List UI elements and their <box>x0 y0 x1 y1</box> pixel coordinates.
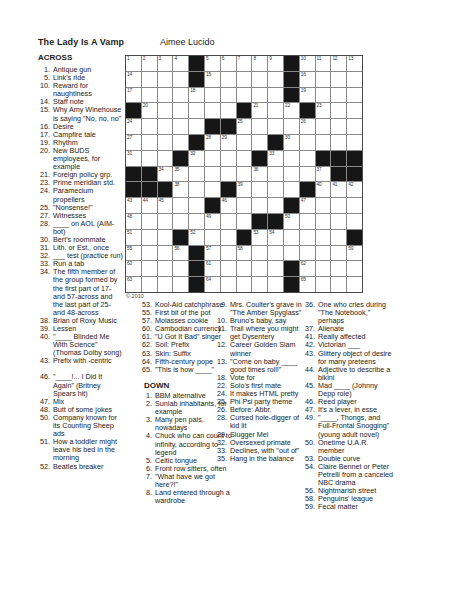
clue-number: 44 <box>302 366 315 382</box>
grid-cell[interactable]: 9 <box>268 56 283 71</box>
grid-cell[interactable] <box>158 277 173 292</box>
cell-number: 50 <box>285 214 290 219</box>
clue-number: 13 <box>214 358 227 374</box>
grid-cell[interactable]: 5 <box>205 56 220 71</box>
grid-cell-black <box>284 56 299 71</box>
cell-number: 10 <box>301 56 306 61</box>
cell-number: 19 <box>301 88 306 93</box>
grid-cell[interactable]: 30 <box>284 135 299 150</box>
grid-cell[interactable]: 38 <box>173 182 188 197</box>
grid-cell[interactable]: 22 <box>284 103 299 118</box>
grid-cell[interactable]: 32 <box>189 151 204 166</box>
cell-number: 55 <box>127 246 132 251</box>
grid-cell-black <box>252 214 267 229</box>
grid-cell[interactable] <box>173 88 188 103</box>
grid-cell[interactable] <box>173 135 188 150</box>
grid-cell[interactable] <box>237 72 252 87</box>
grid-cell[interactable] <box>331 198 346 213</box>
grid-cell[interactable] <box>237 135 252 150</box>
across-clue-15: 15Why Amy Winehouse is saying "No, no, n… <box>37 106 124 122</box>
cell-number: 8 <box>253 56 255 61</box>
cell-number: 39 <box>238 182 243 187</box>
grid-cell[interactable] <box>189 198 204 213</box>
across-clue-34: 34The fifth member of the group formed b… <box>37 268 124 317</box>
cell-number: 5 <box>206 56 208 61</box>
grid-cell[interactable] <box>300 214 315 229</box>
cell-number: 27 <box>127 135 132 140</box>
grid-cell[interactable] <box>252 182 267 197</box>
grid-cell[interactable] <box>252 135 267 150</box>
grid-cell[interactable] <box>331 88 346 103</box>
cell-number: 61 <box>206 261 211 266</box>
grid-cell[interactable] <box>268 198 283 213</box>
grid-cell[interactable]: 25 <box>237 119 252 134</box>
clue-number: 35 <box>214 455 227 463</box>
grid-cell[interactable] <box>284 182 299 197</box>
grid-cell[interactable] <box>331 261 346 276</box>
cell-number: 58 <box>238 246 243 251</box>
down-clue-44: 44Adjective to describe a bikini <box>302 366 394 382</box>
cell-number: 12 <box>332 56 337 61</box>
clue-number: 49 <box>302 414 315 438</box>
grid-cell[interactable] <box>221 151 236 166</box>
grid-cell[interactable] <box>173 72 188 87</box>
clue-number: 50 <box>37 414 50 438</box>
grid-cell[interactable] <box>347 261 362 276</box>
down-clue-28: 28Cursed hole-digger of kid lit <box>214 414 303 430</box>
grid-cell-black <box>347 151 362 166</box>
clue-number: 54 <box>302 463 315 487</box>
down-clues-column-3: 9Mrs. Coulter's grave in "The Amber Spyg… <box>214 301 303 463</box>
grid-cell-black <box>331 167 346 182</box>
grid-cell[interactable] <box>347 214 362 229</box>
grid-cell[interactable] <box>252 246 267 261</box>
grid-cell[interactable] <box>221 103 236 118</box>
grid-cell[interactable] <box>237 198 252 213</box>
grid-cell[interactable]: 39 <box>237 182 252 197</box>
clue-text: "Come on baby ____ good times roll!" <box>230 358 303 374</box>
grid-cell-black <box>126 103 141 118</box>
grid-cell[interactable]: 46 <box>221 198 236 213</box>
grid-cell[interactable] <box>158 103 173 118</box>
grid-cell[interactable] <box>268 103 283 118</box>
grid-cell[interactable]: 40 <box>316 182 331 197</box>
grid-cell[interactable] <box>252 198 267 213</box>
grid-cell[interactable]: 23 <box>316 103 331 118</box>
clue-text: "____ Blinded Me With Science" (Thomas D… <box>53 333 124 357</box>
grid-cell[interactable] <box>252 261 267 276</box>
grid-cell[interactable]: 20 <box>142 103 157 118</box>
grid-cell[interactable]: 53 <box>252 230 267 245</box>
grid-cell-black <box>126 182 141 197</box>
cell-number: 41 <box>332 182 337 187</box>
grid-cell-black <box>284 198 299 213</box>
down-clue-49: 49"____, Thongs, and Full-Frontal Snoggi… <box>302 414 394 438</box>
grid-cell[interactable]: 49 <box>205 214 220 229</box>
grid-cell[interactable] <box>173 198 188 213</box>
cell-number: 32 <box>190 151 195 156</box>
grid-cell[interactable] <box>158 135 173 150</box>
grid-cell-black <box>284 88 299 103</box>
grid-cell[interactable] <box>173 119 188 134</box>
clue-text: Trail where you might get Dysentery <box>230 325 303 341</box>
grid-cell[interactable] <box>347 277 362 292</box>
clue-text: How a toddler might leave his bed in the… <box>53 438 124 462</box>
grid-cell[interactable]: 60 <box>126 261 141 276</box>
grid-cell[interactable] <box>300 135 315 150</box>
grid-cell[interactable] <box>316 135 331 150</box>
grid-cell[interactable]: 10 <box>300 56 315 71</box>
grid-cell[interactable]: 8 <box>252 56 267 71</box>
grid-cell[interactable] <box>189 214 204 229</box>
cell-number: 3 <box>159 56 161 61</box>
grid-cell[interactable]: 6 <box>221 56 236 71</box>
grid-cell[interactable] <box>205 88 220 103</box>
cell-number: 16 <box>301 72 306 77</box>
grid-cell[interactable] <box>142 72 157 87</box>
grid-cell[interactable] <box>331 103 346 118</box>
clue-number: 59 <box>302 503 315 511</box>
grid-cell[interactable] <box>237 261 252 276</box>
grid-cell-black <box>189 56 204 71</box>
grid-cell[interactable] <box>316 214 331 229</box>
grid-cell[interactable] <box>268 246 283 261</box>
grid-cell[interactable] <box>331 119 346 134</box>
cell-number: 35 <box>174 167 179 172</box>
grid-cell[interactable] <box>221 246 236 261</box>
grid-cell[interactable] <box>316 72 331 87</box>
grid-cell[interactable]: 42 <box>347 182 362 197</box>
cell-number: 54 <box>269 230 274 235</box>
grid-cell[interactable] <box>221 167 236 182</box>
grid-cell[interactable]: 63 <box>126 277 141 292</box>
grid-cell[interactable] <box>316 88 331 103</box>
grid-cell[interactable]: 51 <box>126 230 141 245</box>
grid-cell[interactable] <box>189 119 204 134</box>
cell-number: 26 <box>301 119 306 124</box>
grid-cell[interactable] <box>158 214 173 229</box>
grid-cell[interactable] <box>189 103 204 118</box>
grid-cell-black <box>347 167 362 182</box>
clue-number: 43 <box>302 350 315 366</box>
grid-cell-black <box>205 119 220 134</box>
grid-cell[interactable] <box>252 277 267 292</box>
cell-number: 44 <box>143 198 148 203</box>
grid-cell[interactable]: 37 <box>316 167 331 182</box>
grid-cell[interactable] <box>142 277 157 292</box>
grid-cell-black <box>331 151 346 166</box>
grid-cell[interactable] <box>142 135 157 150</box>
grid-cell[interactable] <box>347 88 362 103</box>
grid-cell[interactable]: 24 <box>126 119 141 134</box>
grid-cell-black <box>284 277 299 292</box>
grid-cell[interactable]: 7 <box>237 56 252 71</box>
grid-cell[interactable] <box>142 230 157 245</box>
grid-cell[interactable]: 17 <box>126 88 141 103</box>
grid-cell[interactable] <box>205 230 220 245</box>
grid-cell[interactable] <box>189 182 204 197</box>
across-clue-28: 28____ on AOL (AIM-bot) <box>37 220 124 236</box>
grid-cell[interactable]: 12 <box>331 56 346 71</box>
grid-cell[interactable]: 33 <box>268 151 283 166</box>
grid-cell[interactable] <box>237 214 252 229</box>
grid-cell[interactable]: 1 <box>126 56 141 71</box>
grid-cell[interactable]: 43 <box>126 198 141 213</box>
grid-cell[interactable] <box>331 72 346 87</box>
cell-number: 52 <box>190 230 195 235</box>
grid-cell[interactable]: 15 <box>205 72 220 87</box>
grid-cell[interactable] <box>347 119 362 134</box>
grid-cell[interactable] <box>347 103 362 118</box>
clue-text: Why Amy Winehouse is saying "No, no, no" <box>53 106 124 122</box>
down-clue-12: 12Career Golden Slam winner <box>214 341 303 357</box>
grid-cell[interactable] <box>158 261 173 276</box>
down-clue-50: 50Onetime U.A.R. member <box>302 439 394 455</box>
grid-cell[interactable] <box>268 277 283 292</box>
grid-cell[interactable] <box>237 277 252 292</box>
grid-cell[interactable] <box>331 246 346 261</box>
clue-text: One who cries during "The Notebook," per… <box>318 301 394 325</box>
cell-number: 57 <box>206 246 211 251</box>
cell-number: 29 <box>222 135 227 140</box>
grid-cell[interactable] <box>158 88 173 103</box>
grid-cell[interactable] <box>252 72 267 87</box>
grid-cell-black <box>173 151 188 166</box>
grid-cell[interactable]: 18 <box>189 88 204 103</box>
cell-number: 45 <box>159 198 164 203</box>
grid-cell[interactable] <box>268 119 283 134</box>
clue-number: 20 <box>37 147 50 171</box>
cell-number: 24 <box>127 119 132 124</box>
grid-cell[interactable]: 52 <box>189 230 204 245</box>
grid-cell[interactable]: 64 <box>205 277 220 292</box>
clue-text: Land entered through a wardrobe <box>155 489 238 505</box>
grid-cell[interactable]: 14 <box>126 72 141 87</box>
cell-number: 28 <box>206 135 211 140</box>
cell-number: 56 <box>174 246 179 251</box>
grid-cell[interactable] <box>205 103 220 118</box>
cell-number: 64 <box>206 277 211 282</box>
grid-cell[interactable]: 19 <box>300 88 315 103</box>
grid-cell[interactable] <box>221 261 236 276</box>
grid-cell[interactable] <box>221 277 236 292</box>
grid-cell[interactable]: 45 <box>158 198 173 213</box>
grid-cell[interactable] <box>331 135 346 150</box>
grid-cell[interactable] <box>237 167 252 182</box>
across-clue-51: 51How a toddler might leave his bed in t… <box>37 438 124 462</box>
grid-cell[interactable] <box>268 72 283 87</box>
grid-cell[interactable] <box>316 119 331 134</box>
grid-cell[interactable] <box>142 261 157 276</box>
grid-cell[interactable]: 54 <box>268 230 283 245</box>
grid-cell[interactable]: 2 <box>142 56 157 71</box>
grid-cell[interactable]: 36 <box>252 167 267 182</box>
clue-text: Hang in the balance <box>230 455 303 463</box>
grid-cell[interactable]: 34 <box>158 167 173 182</box>
grid-cell[interactable] <box>221 230 236 245</box>
grid-cell[interactable] <box>284 230 299 245</box>
grid-cell[interactable] <box>158 119 173 134</box>
clue-number: 4 <box>139 432 152 456</box>
grid-cell[interactable] <box>347 198 362 213</box>
clue-number: 65 <box>139 366 152 374</box>
grid-cell[interactable] <box>221 214 236 229</box>
grid-cell[interactable] <box>300 246 315 261</box>
grid-cell[interactable]: 41 <box>331 182 346 197</box>
grid-cell[interactable]: 47 <box>300 198 315 213</box>
clue-number: 51 <box>37 438 50 462</box>
grid-cell[interactable]: 50 <box>284 214 299 229</box>
grid-cell[interactable]: 35 <box>173 167 188 182</box>
clue-number: 9 <box>214 301 227 317</box>
grid-cell[interactable] <box>221 72 236 87</box>
grid-cell[interactable] <box>237 151 252 166</box>
grid-cell[interactable] <box>316 198 331 213</box>
clue-text: "What have we got here?!" <box>155 473 238 489</box>
grid-cell[interactable] <box>142 151 157 166</box>
puzzle-title: The Lady Is A Vamp <box>38 37 124 47</box>
grid-cell[interactable] <box>173 103 188 118</box>
down-clue-59: 59Fecal matter <box>302 503 394 511</box>
grid-cell-black <box>189 135 204 150</box>
grid-cell[interactable] <box>158 246 173 261</box>
crossword-grid: 1234567891011121314151617181920212223242… <box>125 55 363 293</box>
grid-cell[interactable] <box>173 261 188 276</box>
cell-number: 36 <box>253 167 258 172</box>
grid-cell[interactable]: 27 <box>126 135 141 150</box>
cell-number: 9 <box>269 56 271 61</box>
clue-text: Prefix with -centric <box>53 357 124 365</box>
grid-cell[interactable] <box>268 261 283 276</box>
grid-cell[interactable]: 26 <box>300 119 315 134</box>
cell-number: 33 <box>269 151 274 156</box>
grid-cell-black <box>252 151 267 166</box>
grid-cell[interactable] <box>142 246 157 261</box>
clue-number: 34 <box>37 268 50 317</box>
cell-number: 37 <box>317 167 322 172</box>
grid-cell[interactable]: 44 <box>142 198 157 213</box>
grid-cell[interactable] <box>205 167 220 182</box>
grid-cell[interactable] <box>268 182 283 197</box>
grid-cell[interactable] <box>284 151 299 166</box>
grid-cell[interactable] <box>268 167 283 182</box>
grid-cell[interactable]: 29 <box>221 135 236 150</box>
grid-cell[interactable]: 55 <box>126 246 141 261</box>
crossword-grid-container: 1234567891011121314151617181920212223242… <box>125 55 363 293</box>
grid-cell[interactable] <box>142 119 157 134</box>
grid-cell[interactable] <box>158 230 173 245</box>
grid-cell[interactable] <box>316 246 331 261</box>
grid-cell-black <box>205 198 220 213</box>
grid-cell[interactable] <box>237 88 252 103</box>
grid-cell[interactable] <box>300 230 315 245</box>
clue-text: Beatles breaker <box>53 463 124 471</box>
grid-cell[interactable]: 28 <box>205 135 220 150</box>
cell-number: 22 <box>285 103 290 108</box>
grid-cell[interactable] <box>284 119 299 134</box>
clue-text: Company known for its Counting Sheep ads <box>53 414 124 438</box>
cell-number: 11 <box>317 56 322 61</box>
grid-cell[interactable] <box>252 119 267 134</box>
grid-cell-black <box>221 182 236 197</box>
grid-cell[interactable] <box>252 88 267 103</box>
clue-text: New BUDS employees, for example <box>53 147 124 171</box>
grid-cell[interactable] <box>284 246 299 261</box>
grid-cell[interactable] <box>300 167 315 182</box>
grid-cell[interactable] <box>300 151 315 166</box>
down-clue-45: 45Mad ____ (Johnny Depp role) <box>302 382 394 398</box>
clue-text: Fecal matter <box>318 503 394 511</box>
grid-cell[interactable] <box>331 214 346 229</box>
grid-cell[interactable]: 57 <box>205 246 220 261</box>
clue-number: 43 <box>37 357 50 365</box>
grid-cell-black <box>347 230 362 245</box>
grid-cell[interactable]: 59 <box>347 246 362 261</box>
grid-cell[interactable]: 21 <box>252 103 267 118</box>
cell-number: 34 <box>159 167 164 172</box>
grid-cell[interactable] <box>316 230 331 245</box>
cell-number: 23 <box>317 103 322 108</box>
clue-number: 12 <box>214 341 227 357</box>
grid-cell-black <box>300 103 315 118</box>
grid-cell[interactable] <box>347 72 362 87</box>
grid-cell[interactable]: 4 <box>173 56 188 71</box>
grid-cell[interactable]: 48 <box>126 214 141 229</box>
grid-cell-black <box>126 167 141 182</box>
down-clue-8: 8Land entered through a wardrobe <box>139 489 238 505</box>
clue-number: 11 <box>214 325 227 341</box>
grid-cell[interactable]: 62 <box>300 261 315 276</box>
grid-cell[interactable] <box>142 88 157 103</box>
cell-number: 40 <box>317 182 322 187</box>
grid-cell[interactable] <box>331 230 346 245</box>
grid-cell[interactable]: 61 <box>205 261 220 276</box>
across-clue-10: 10Reward for naughtiness <box>37 82 124 98</box>
across-clue-24: 24Paramecium propellers <box>37 187 124 203</box>
grid-cell[interactable] <box>316 277 331 292</box>
grid-cell[interactable] <box>284 167 299 182</box>
grid-cell[interactable]: 3 <box>158 56 173 71</box>
grid-cell[interactable] <box>189 167 204 182</box>
grid-cell[interactable] <box>347 135 362 150</box>
grid-cell[interactable]: 11 <box>316 56 331 71</box>
cell-number: 46 <box>222 198 227 203</box>
grid-cell[interactable] <box>268 88 283 103</box>
grid-cell-black <box>221 119 236 134</box>
clue-number: 10 <box>37 82 50 98</box>
grid-cell[interactable] <box>142 214 157 229</box>
grid-cell[interactable]: 65 <box>300 277 315 292</box>
grid-cell[interactable]: 31 <box>126 151 141 166</box>
grid-cell[interactable] <box>158 72 173 87</box>
grid-cell[interactable] <box>205 151 220 166</box>
down-clues-column-4: 36One who cries during "The Notebook," p… <box>302 301 394 511</box>
grid-cell[interactable] <box>205 182 220 197</box>
grid-cell[interactable] <box>221 88 236 103</box>
grid-cell[interactable] <box>316 261 331 276</box>
cell-number: 51 <box>127 230 132 235</box>
grid-cell[interactable]: 58 <box>237 246 252 261</box>
grid-cell[interactable] <box>173 214 188 229</box>
clue-number: 15 <box>37 106 50 122</box>
grid-cell[interactable]: 16 <box>300 72 315 87</box>
grid-cell[interactable]: 56 <box>173 246 188 261</box>
grid-cell[interactable]: 13 <box>347 56 362 71</box>
grid-cell[interactable] <box>158 151 173 166</box>
grid-cell[interactable] <box>173 277 188 292</box>
grid-cell[interactable] <box>331 277 346 292</box>
cell-number: 43 <box>127 198 132 203</box>
